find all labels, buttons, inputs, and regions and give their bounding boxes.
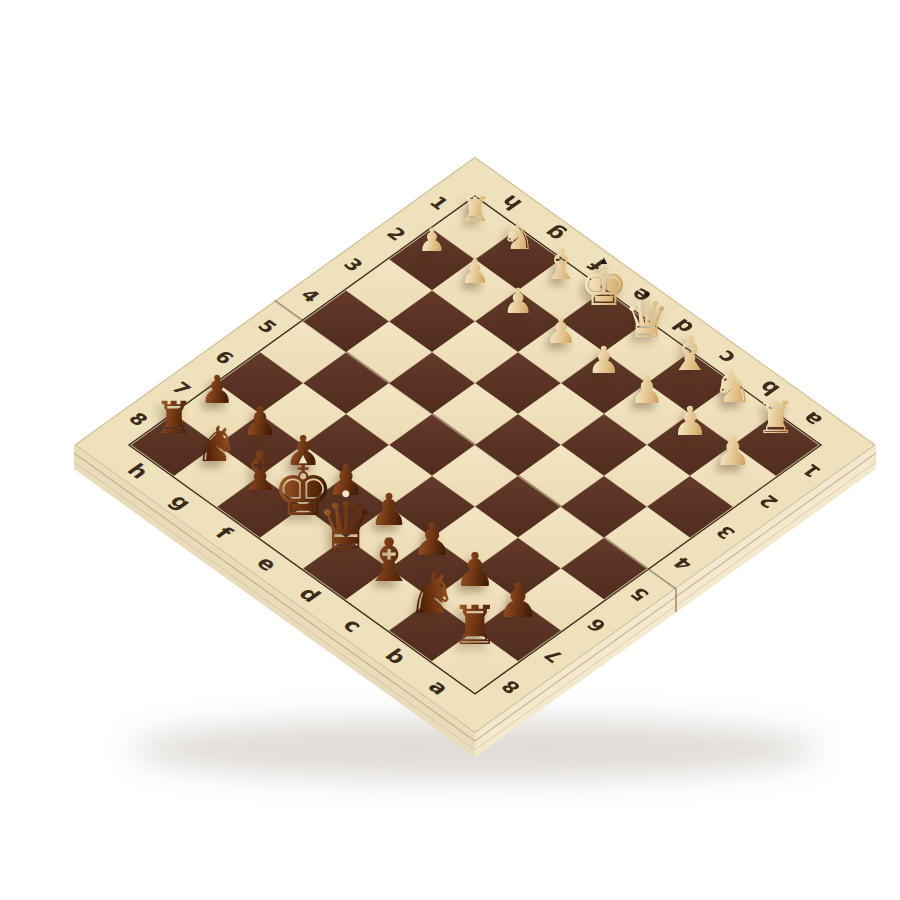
white-pawn-icon: ♟ bbox=[460, 254, 490, 289]
black-rook-icon: ♜ bbox=[451, 598, 499, 655]
white-king-finial-icon: ▲ bbox=[601, 256, 608, 265]
white-pawn-icon: ♟ bbox=[418, 224, 447, 258]
white-queen-finial-icon: ● bbox=[644, 290, 650, 297]
black-king-finial-icon: ▲ bbox=[299, 453, 307, 464]
white-pawn-icon: ♟ bbox=[502, 283, 533, 320]
white-pawn-icon: ♟ bbox=[714, 429, 751, 473]
piece-white-pawn[interactable]: ♟ bbox=[700, 429, 766, 482]
white-pawn-icon: ♟ bbox=[545, 312, 577, 350]
black-queen-finial-icon: ● bbox=[342, 489, 350, 498]
white-rook-icon: ♜ bbox=[460, 192, 490, 227]
photo-stage: hgfedcba1122334455667788hgfedcba ♜♞♟♝♟♟♚… bbox=[0, 0, 900, 900]
piece-black-rook[interactable]: ♜ bbox=[432, 598, 518, 667]
